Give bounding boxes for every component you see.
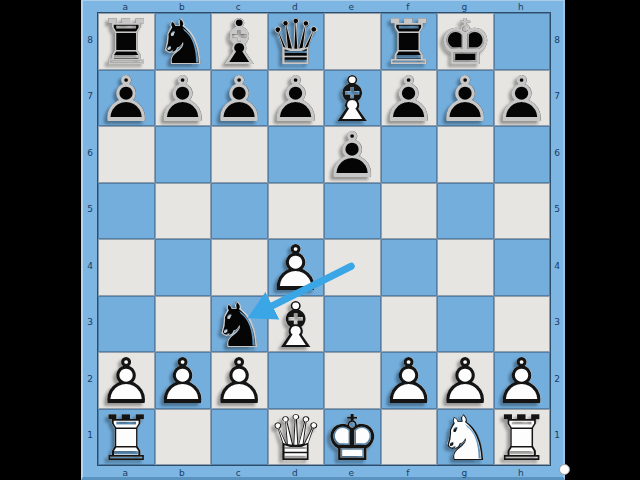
- piece-white-bishop[interactable]: ♝♗: [268, 296, 325, 353]
- square-g5[interactable]: [437, 183, 494, 240]
- square-h7[interactable]: ♟♙: [494, 70, 551, 127]
- square-g7[interactable]: ♟♙: [437, 70, 494, 127]
- square-a3[interactable]: [98, 296, 155, 353]
- square-g8[interactable]: ♚♔: [437, 13, 494, 70]
- rank-label: 7: [550, 69, 564, 126]
- square-f8[interactable]: ♜♖: [381, 13, 438, 70]
- rank-labels-left: 87654321: [83, 12, 97, 464]
- piece-white-knight[interactable]: ♞♘: [437, 409, 494, 466]
- square-g4[interactable]: [437, 239, 494, 296]
- piece-outline: ♕: [268, 407, 324, 470]
- square-a5[interactable]: [98, 183, 155, 240]
- square-e6[interactable]: ♟♙: [324, 126, 381, 183]
- square-b1[interactable]: [155, 409, 212, 466]
- piece-black-pawn[interactable]: ♟♙: [268, 70, 325, 127]
- piece-outline: ♖: [494, 407, 550, 470]
- square-d1[interactable]: ♛♕: [268, 409, 325, 466]
- square-g6[interactable]: [437, 126, 494, 183]
- square-c1[interactable]: [211, 409, 268, 466]
- rank-label: 4: [550, 238, 564, 295]
- piece-white-pawn[interactable]: ♟♙: [437, 352, 494, 409]
- piece-outline: ♖: [98, 407, 154, 470]
- square-a7[interactable]: ♟♙: [98, 70, 155, 127]
- square-f1[interactable]: [381, 409, 438, 466]
- file-label: f: [380, 467, 437, 479]
- piece-outline: ♙: [381, 351, 437, 414]
- square-f6[interactable]: [381, 126, 438, 183]
- piece-black-king[interactable]: ♚♔: [437, 13, 494, 70]
- square-b2[interactable]: ♟♙: [155, 352, 212, 409]
- piece-outline: ♙: [268, 68, 324, 131]
- square-e2[interactable]: [324, 352, 381, 409]
- square-h4[interactable]: [494, 239, 551, 296]
- rank-label: 2: [83, 351, 97, 408]
- piece-outline: ♙: [155, 351, 211, 414]
- piece-black-knight[interactable]: ♞♘: [155, 13, 212, 70]
- square-c5[interactable]: [211, 183, 268, 240]
- square-c6[interactable]: [211, 126, 268, 183]
- piece-outline: ♙: [324, 125, 380, 188]
- rank-label: 7: [83, 69, 97, 126]
- square-f5[interactable]: [381, 183, 438, 240]
- square-b6[interactable]: [155, 126, 212, 183]
- piece-white-pawn[interactable]: ♟♙: [211, 352, 268, 409]
- square-c8[interactable]: ♝♗: [211, 13, 268, 70]
- square-h1[interactable]: ♜♖: [494, 409, 551, 466]
- piece-outline: ♘: [437, 407, 493, 470]
- rank-label: 5: [550, 182, 564, 239]
- piece-black-bishop[interactable]: ♝♗: [211, 13, 268, 70]
- piece-white-pawn[interactable]: ♟♙: [494, 352, 551, 409]
- piece-white-rook[interactable]: ♜♖: [494, 409, 551, 466]
- piece-black-pawn[interactable]: ♟♙: [324, 126, 381, 183]
- piece-outline: ♙: [211, 68, 267, 131]
- piece-outline: ♗: [268, 294, 324, 357]
- piece-white-bishop[interactable]: ♝♗: [324, 70, 381, 127]
- rank-label: 2: [550, 351, 564, 408]
- square-c4[interactable]: [211, 239, 268, 296]
- rank-labels-right: 87654321: [550, 12, 564, 464]
- square-c2[interactable]: ♟♙: [211, 352, 268, 409]
- square-g2[interactable]: ♟♙: [437, 352, 494, 409]
- rank-label: 5: [83, 182, 97, 239]
- piece-outline: ♙: [437, 68, 493, 131]
- piece-outline: ♙: [155, 68, 211, 131]
- square-d6[interactable]: [268, 126, 325, 183]
- square-d2[interactable]: [268, 352, 325, 409]
- video-frame: abcdefgh 87654321 87654321 abcdefgh ♜♖♞♘…: [0, 0, 640, 480]
- square-h5[interactable]: [494, 183, 551, 240]
- piece-white-pawn[interactable]: ♟♙: [268, 239, 325, 296]
- piece-black-pawn[interactable]: ♟♙: [494, 70, 551, 127]
- rank-label: 6: [83, 125, 97, 182]
- piece-white-queen[interactable]: ♛♕: [268, 409, 325, 466]
- square-b3[interactable]: [155, 296, 212, 353]
- square-f3[interactable]: [381, 296, 438, 353]
- rank-label: 3: [83, 295, 97, 352]
- square-h2[interactable]: ♟♙: [494, 352, 551, 409]
- rank-label: 4: [83, 238, 97, 295]
- piece-white-rook[interactable]: ♜♖: [98, 409, 155, 466]
- square-b8[interactable]: ♞♘: [155, 13, 212, 70]
- square-d5[interactable]: [268, 183, 325, 240]
- piece-outline: ♙: [98, 68, 154, 131]
- piece-outline: ♙: [381, 68, 437, 131]
- square-h3[interactable]: [494, 296, 551, 353]
- piece-white-pawn[interactable]: ♟♙: [98, 352, 155, 409]
- square-b5[interactable]: [155, 183, 212, 240]
- piece-outline: ♙: [494, 68, 550, 131]
- file-label: b: [154, 467, 211, 479]
- square-g1[interactable]: ♞♘: [437, 409, 494, 466]
- square-d8[interactable]: ♛♕: [268, 13, 325, 70]
- rank-label: 8: [550, 12, 564, 69]
- square-g3[interactable]: [437, 296, 494, 353]
- piece-black-pawn[interactable]: ♟♙: [98, 70, 155, 127]
- chessboard-frame: abcdefgh 87654321 87654321 abcdefgh ♜♖♞♘…: [81, 0, 565, 480]
- piece-outline: ♙: [211, 351, 267, 414]
- piece-black-pawn[interactable]: ♟♙: [437, 70, 494, 127]
- board: ♜♖♞♘♝♗♛♕♜♖♚♔♟♙♟♙♟♙♟♙♝♗♟♙♟♙♟♙♟♙♟♙♞♘♝♗♟♙♟♙…: [97, 12, 551, 466]
- piece-white-pawn[interactable]: ♟♙: [155, 352, 212, 409]
- square-a8[interactable]: ♜♖: [98, 13, 155, 70]
- piece-black-pawn[interactable]: ♟♙: [381, 70, 438, 127]
- piece-black-rook[interactable]: ♜♖: [98, 13, 155, 70]
- square-c7[interactable]: ♟♙: [211, 70, 268, 127]
- square-c3[interactable]: ♞♘: [211, 296, 268, 353]
- file-label: c: [210, 467, 267, 479]
- piece-black-pawn[interactable]: ♟♙: [155, 70, 212, 127]
- square-e5[interactable]: [324, 183, 381, 240]
- square-e3[interactable]: [324, 296, 381, 353]
- piece-outline: ♔: [324, 407, 380, 470]
- square-e7[interactable]: ♝♗: [324, 70, 381, 127]
- square-f7[interactable]: ♟♙: [381, 70, 438, 127]
- rank-label: 6: [550, 125, 564, 182]
- square-a6[interactable]: [98, 126, 155, 183]
- square-f2[interactable]: ♟♙: [381, 352, 438, 409]
- square-d7[interactable]: ♟♙: [268, 70, 325, 127]
- piece-white-king[interactable]: ♚♔: [324, 409, 381, 466]
- square-e1[interactable]: ♚♔: [324, 409, 381, 466]
- square-b7[interactable]: ♟♙: [155, 70, 212, 127]
- square-a2[interactable]: ♟♙: [98, 352, 155, 409]
- piece-black-queen[interactable]: ♛♕: [268, 13, 325, 70]
- rank-label: 1: [83, 408, 97, 465]
- rank-label: 1: [550, 408, 564, 465]
- square-d4[interactable]: ♟♙: [268, 239, 325, 296]
- square-h8[interactable]: [494, 13, 551, 70]
- rank-label: 3: [550, 295, 564, 352]
- square-h6[interactable]: [494, 126, 551, 183]
- square-a1[interactable]: ♜♖: [98, 409, 155, 466]
- square-e8[interactable]: [324, 13, 381, 70]
- square-f4[interactable]: [381, 239, 438, 296]
- square-b4[interactable]: [155, 239, 212, 296]
- piece-white-pawn[interactable]: ♟♙: [381, 352, 438, 409]
- piece-black-knight[interactable]: ♞♘: [211, 296, 268, 353]
- square-a4[interactable]: [98, 239, 155, 296]
- square-d3[interactable]: ♝♗: [268, 296, 325, 353]
- side-to-move-indicator: [559, 464, 570, 475]
- square-e4[interactable]: [324, 239, 381, 296]
- rank-label: 8: [83, 12, 97, 69]
- piece-black-pawn[interactable]: ♟♙: [211, 70, 268, 127]
- piece-black-rook[interactable]: ♜♖: [381, 13, 438, 70]
